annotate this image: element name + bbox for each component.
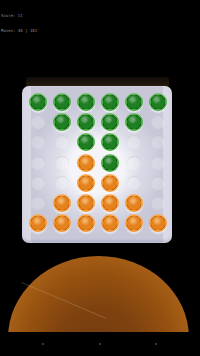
board-cell-r6-c2[interactable] bbox=[50, 193, 74, 213]
orange-peg[interactable] bbox=[101, 194, 119, 212]
board-cell-r3-c6[interactable] bbox=[146, 132, 170, 152]
orange-peg[interactable] bbox=[125, 214, 143, 232]
empty-socket[interactable] bbox=[31, 115, 45, 129]
board-cell-r2-c2[interactable] bbox=[50, 112, 74, 132]
board-cell-r4-c6[interactable] bbox=[146, 153, 170, 173]
board-cell-r7-c3[interactable] bbox=[74, 213, 98, 233]
green-peg[interactable] bbox=[29, 93, 47, 111]
green-peg[interactable] bbox=[149, 93, 167, 111]
board-cell-r1-c6[interactable] bbox=[146, 92, 170, 112]
green-peg[interactable] bbox=[53, 113, 71, 131]
board-cell-r4-c2[interactable] bbox=[50, 153, 74, 173]
navbar-recents-button[interactable] bbox=[155, 343, 157, 345]
empty-socket[interactable] bbox=[55, 156, 69, 170]
board-cell-r3-c5[interactable] bbox=[122, 132, 146, 152]
green-peg[interactable] bbox=[77, 93, 95, 111]
board-cell-r5-c2[interactable] bbox=[50, 173, 74, 193]
orange-peg[interactable] bbox=[77, 214, 95, 232]
board-cell-r2-c5[interactable] bbox=[122, 112, 146, 132]
empty-socket[interactable] bbox=[151, 115, 165, 129]
board-cell-r2-c6[interactable] bbox=[146, 112, 170, 132]
board-cell-r5-c5[interactable] bbox=[122, 173, 146, 193]
hud-score: Score: 11 bbox=[1, 13, 37, 18]
green-peg[interactable] bbox=[77, 133, 95, 151]
empty-socket[interactable] bbox=[151, 196, 165, 210]
board-cell-r1-c1[interactable] bbox=[26, 92, 50, 112]
board-cell-r5-c1[interactable] bbox=[26, 173, 50, 193]
orange-peg[interactable] bbox=[77, 174, 95, 192]
board-cell-r1-c3[interactable] bbox=[74, 92, 98, 112]
board-cell-r7-c2[interactable] bbox=[50, 213, 74, 233]
board-cell-r3-c1[interactable] bbox=[26, 132, 50, 152]
board-cell-r3-c4[interactable] bbox=[98, 132, 122, 152]
empty-socket[interactable] bbox=[55, 176, 69, 190]
board-cell-r3-c3[interactable] bbox=[74, 132, 98, 152]
orange-peg[interactable] bbox=[101, 214, 119, 232]
board-cell-r1-c4[interactable] bbox=[98, 92, 122, 112]
orange-peg[interactable] bbox=[53, 194, 71, 212]
green-peg[interactable] bbox=[53, 93, 71, 111]
android-navbar bbox=[0, 332, 200, 356]
board-cell-r1-c5[interactable] bbox=[122, 92, 146, 112]
empty-socket[interactable] bbox=[127, 135, 141, 149]
green-peg[interactable] bbox=[101, 93, 119, 111]
orange-peg[interactable] bbox=[149, 214, 167, 232]
board-cell-r4-c4[interactable] bbox=[98, 153, 122, 173]
empty-socket[interactable] bbox=[31, 156, 45, 170]
empty-socket[interactable] bbox=[55, 135, 69, 149]
board-cell-r6-c4[interactable] bbox=[98, 193, 122, 213]
board-cell-r4-c3[interactable] bbox=[74, 153, 98, 173]
hud-overlay: Score: 11 Moves: 48 | 181 bbox=[1, 3, 37, 43]
empty-socket[interactable] bbox=[151, 156, 165, 170]
green-peg[interactable] bbox=[101, 154, 119, 172]
board-cell-r5-c4[interactable] bbox=[98, 173, 122, 193]
orange-peg[interactable] bbox=[101, 174, 119, 192]
board-cell-r2-c4[interactable] bbox=[98, 112, 122, 132]
board-cell-r1-c2[interactable] bbox=[50, 92, 74, 112]
empty-socket[interactable] bbox=[31, 196, 45, 210]
board-cell-r7-c1[interactable] bbox=[26, 213, 50, 233]
board-cell-r5-c6[interactable] bbox=[146, 173, 170, 193]
peg-board bbox=[22, 86, 172, 243]
green-peg[interactable] bbox=[101, 133, 119, 151]
board-cell-r4-c5[interactable] bbox=[122, 153, 146, 173]
board-cell-r6-c6[interactable] bbox=[146, 193, 170, 213]
board-cell-r6-c1[interactable] bbox=[26, 193, 50, 213]
orange-peg[interactable] bbox=[29, 214, 47, 232]
board-cell-r4-c1[interactable] bbox=[26, 153, 50, 173]
board-cell-r6-c3[interactable] bbox=[74, 193, 98, 213]
board-grid bbox=[26, 92, 170, 233]
board-cell-r7-c6[interactable] bbox=[146, 213, 170, 233]
empty-socket[interactable] bbox=[31, 135, 45, 149]
orange-peg[interactable] bbox=[77, 194, 95, 212]
game-screen: Score: 11 Moves: 48 | 181 bbox=[0, 0, 200, 356]
board-cell-r3-c2[interactable] bbox=[50, 132, 74, 152]
empty-socket[interactable] bbox=[151, 135, 165, 149]
green-peg[interactable] bbox=[125, 113, 143, 131]
empty-socket[interactable] bbox=[151, 176, 165, 190]
board-cell-r2-c3[interactable] bbox=[74, 112, 98, 132]
board-cell-r6-c5[interactable] bbox=[122, 193, 146, 213]
green-peg[interactable] bbox=[101, 113, 119, 131]
empty-socket[interactable] bbox=[127, 156, 141, 170]
board-cell-r7-c5[interactable] bbox=[122, 213, 146, 233]
empty-socket[interactable] bbox=[127, 176, 141, 190]
board-cell-r5-c3[interactable] bbox=[74, 173, 98, 193]
green-peg[interactable] bbox=[77, 113, 95, 131]
orange-peg[interactable] bbox=[125, 194, 143, 212]
green-peg[interactable] bbox=[125, 93, 143, 111]
hud-moves: Moves: 48 | 181 bbox=[1, 28, 37, 33]
orange-peg[interactable] bbox=[53, 214, 71, 232]
empty-socket[interactable] bbox=[31, 176, 45, 190]
board-cell-r2-c1[interactable] bbox=[26, 112, 50, 132]
navbar-back-button[interactable] bbox=[42, 343, 44, 345]
navbar-home-button[interactable] bbox=[99, 343, 101, 345]
board-cell-r7-c4[interactable] bbox=[98, 213, 122, 233]
orange-peg[interactable] bbox=[77, 154, 95, 172]
